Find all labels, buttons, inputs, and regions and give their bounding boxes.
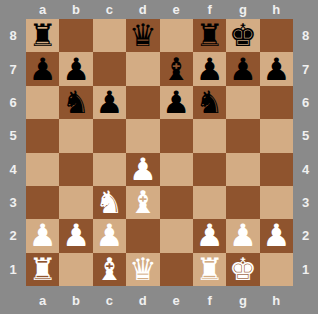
square-h8[interactable] [260, 19, 293, 52]
rank-label-2: 2 [293, 219, 318, 252]
piece-black-pawn[interactable]: ♟ [29, 53, 57, 86]
square-e4[interactable] [160, 153, 193, 186]
square-g6[interactable] [226, 86, 259, 119]
square-h3[interactable] [260, 186, 293, 219]
file-labels-bottom: abcdefgh [26, 286, 293, 314]
piece-black-pawn[interactable]: ♟ [96, 86, 124, 119]
square-c7[interactable] [93, 52, 126, 85]
rank-label-6: 6 [0, 86, 26, 119]
square-a4[interactable] [26, 153, 59, 186]
square-b2[interactable]: ♟ [59, 219, 92, 252]
square-d2[interactable] [126, 219, 159, 252]
square-c3[interactable]: ♞ [93, 186, 126, 219]
rank-label-7: 7 [293, 52, 318, 85]
piece-black-queen[interactable]: ♛ [129, 19, 157, 52]
piece-white-bishop[interactable]: ♝ [129, 186, 157, 219]
square-a1[interactable]: ♜ [26, 253, 59, 286]
square-c2[interactable]: ♟ [93, 219, 126, 252]
square-c1[interactable]: ♝ [93, 253, 126, 286]
square-a7[interactable]: ♟ [26, 52, 59, 85]
rank-label-1: 1 [293, 253, 318, 286]
file-label-g: g [226, 0, 259, 19]
square-e1[interactable] [160, 253, 193, 286]
piece-black-pawn[interactable]: ♟ [229, 53, 257, 86]
square-f2[interactable]: ♟ [193, 219, 226, 252]
file-label-d: d [126, 286, 159, 314]
piece-white-pawn[interactable]: ♟ [29, 219, 57, 252]
square-h6[interactable] [260, 86, 293, 119]
square-h4[interactable] [260, 153, 293, 186]
piece-white-rook[interactable]: ♜ [196, 253, 224, 286]
square-f3[interactable] [193, 186, 226, 219]
square-e3[interactable] [160, 186, 193, 219]
piece-black-pawn[interactable]: ♟ [196, 53, 224, 86]
rank-label-5: 5 [0, 119, 26, 152]
square-f8[interactable]: ♜ [193, 19, 226, 52]
square-g1[interactable]: ♚ [226, 253, 259, 286]
square-h2[interactable]: ♟ [260, 219, 293, 252]
rank-label-7: 7 [0, 52, 26, 85]
file-label-f: f [193, 0, 226, 19]
square-d6[interactable] [126, 86, 159, 119]
square-b7[interactable]: ♟ [59, 52, 92, 85]
rank-labels-left: 87654321 [0, 19, 26, 286]
square-a6[interactable] [26, 86, 59, 119]
piece-white-bishop[interactable]: ♝ [96, 253, 124, 286]
square-e6[interactable]: ♟ [160, 86, 193, 119]
file-label-h: h [260, 286, 293, 314]
square-d7[interactable] [126, 52, 159, 85]
file-label-g: g [226, 286, 259, 314]
square-h5[interactable] [260, 119, 293, 152]
piece-black-knight[interactable]: ♞ [196, 86, 224, 119]
piece-black-bishop[interactable]: ♝ [162, 53, 190, 86]
square-g3[interactable] [226, 186, 259, 219]
chess-board: ♜♛♜♚♟♟♝♟♟♟♞♟♟♞♟♞♝♟♟♟♟♟♟♜♝♛♜♚ [26, 19, 293, 286]
square-h7[interactable]: ♟ [260, 52, 293, 85]
square-h1[interactable] [260, 253, 293, 286]
square-b8[interactable] [59, 19, 92, 52]
rank-label-5: 5 [293, 119, 318, 152]
square-g2[interactable]: ♟ [226, 219, 259, 252]
piece-black-pawn[interactable]: ♟ [262, 53, 290, 86]
square-e8[interactable] [160, 19, 193, 52]
square-f6[interactable]: ♞ [193, 86, 226, 119]
file-label-b: b [59, 0, 92, 19]
square-a8[interactable]: ♜ [26, 19, 59, 52]
file-label-h: h [260, 0, 293, 19]
file-label-c: c [93, 286, 126, 314]
chess-board-frame: abcdefgh 87654321 87654321 abcdefgh ♜♛♜♚… [0, 0, 318, 314]
square-f1[interactable]: ♜ [193, 253, 226, 286]
rank-label-8: 8 [0, 19, 26, 52]
square-g7[interactable]: ♟ [226, 52, 259, 85]
square-a2[interactable]: ♟ [26, 219, 59, 252]
piece-black-king[interactable]: ♚ [229, 19, 257, 52]
piece-white-knight[interactable]: ♞ [96, 186, 124, 219]
rank-label-4: 4 [0, 153, 26, 186]
square-d1[interactable]: ♛ [126, 253, 159, 286]
piece-white-pawn[interactable]: ♟ [62, 219, 90, 252]
square-c8[interactable] [93, 19, 126, 52]
file-label-e: e [160, 0, 193, 19]
file-label-a: a [26, 0, 59, 19]
piece-white-queen[interactable]: ♛ [129, 253, 157, 286]
piece-white-pawn[interactable]: ♟ [96, 219, 124, 252]
square-e7[interactable]: ♝ [160, 52, 193, 85]
square-b5[interactable] [59, 119, 92, 152]
square-c6[interactable]: ♟ [93, 86, 126, 119]
square-b3[interactable] [59, 186, 92, 219]
square-d5[interactable] [126, 119, 159, 152]
piece-white-pawn[interactable]: ♟ [229, 219, 257, 252]
rank-labels-right: 87654321 [293, 19, 318, 286]
file-label-a: a [26, 286, 59, 314]
piece-black-pawn[interactable]: ♟ [62, 53, 90, 86]
square-e5[interactable] [160, 119, 193, 152]
square-b1[interactable] [59, 253, 92, 286]
square-f4[interactable] [193, 153, 226, 186]
piece-white-pawn[interactable]: ♟ [196, 219, 224, 252]
square-g4[interactable] [226, 153, 259, 186]
piece-black-knight[interactable]: ♞ [62, 86, 90, 119]
square-e2[interactable] [160, 219, 193, 252]
rank-label-3: 3 [293, 186, 318, 219]
piece-black-rook[interactable]: ♜ [196, 19, 224, 52]
piece-white-pawn[interactable]: ♟ [129, 153, 157, 186]
file-label-f: f [193, 286, 226, 314]
piece-white-king[interactable]: ♚ [229, 253, 257, 286]
square-b6[interactable]: ♞ [59, 86, 92, 119]
piece-white-pawn[interactable]: ♟ [262, 219, 290, 252]
square-d4[interactable]: ♟ [126, 153, 159, 186]
piece-white-rook[interactable]: ♜ [29, 253, 57, 286]
rank-label-4: 4 [293, 153, 318, 186]
file-label-d: d [126, 0, 159, 19]
rank-label-2: 2 [0, 219, 26, 252]
rank-label-3: 3 [0, 186, 26, 219]
rank-label-1: 1 [0, 253, 26, 286]
square-f5[interactable] [193, 119, 226, 152]
square-c5[interactable] [93, 119, 126, 152]
rank-label-6: 6 [293, 86, 318, 119]
file-labels-top: abcdefgh [26, 0, 293, 19]
file-label-b: b [59, 286, 92, 314]
square-b4[interactable] [59, 153, 92, 186]
rank-label-8: 8 [293, 19, 318, 52]
file-label-c: c [93, 0, 126, 19]
square-d3[interactable]: ♝ [126, 186, 159, 219]
square-g5[interactable] [226, 119, 259, 152]
piece-black-rook[interactable]: ♜ [29, 19, 57, 52]
piece-black-pawn[interactable]: ♟ [162, 86, 190, 119]
file-label-e: e [160, 286, 193, 314]
square-a3[interactable] [26, 186, 59, 219]
square-c4[interactable] [93, 153, 126, 186]
square-g8[interactable]: ♚ [226, 19, 259, 52]
square-a5[interactable] [26, 119, 59, 152]
square-f7[interactable]: ♟ [193, 52, 226, 85]
square-d8[interactable]: ♛ [126, 19, 159, 52]
